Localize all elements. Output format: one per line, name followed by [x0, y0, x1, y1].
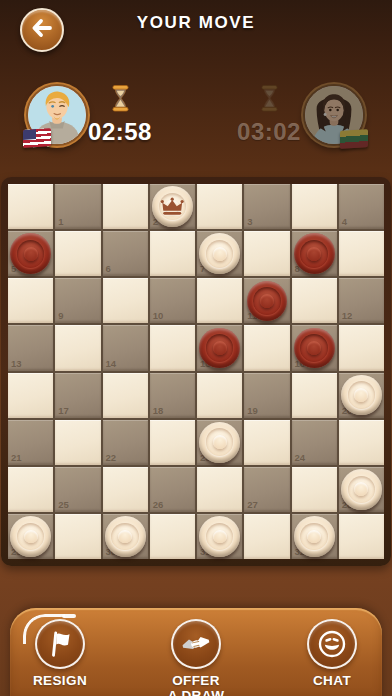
- page-title: YOUR MOVE: [0, 13, 392, 33]
- white-king-piece[interactable]: [152, 186, 193, 227]
- square-number: 25: [58, 499, 69, 510]
- board-square[interactable]: 32: [292, 514, 337, 559]
- square-number: 3: [247, 216, 252, 227]
- board-square: [244, 514, 289, 559]
- board-square[interactable]: 19: [244, 373, 289, 418]
- board-square[interactable]: 11: [244, 278, 289, 323]
- square-number: 13: [11, 358, 22, 369]
- red-man-piece[interactable]: [294, 233, 335, 274]
- board-square[interactable]: 25: [55, 467, 100, 512]
- white-man-piece[interactable]: [199, 516, 240, 557]
- board-square[interactable]: 5: [8, 231, 53, 276]
- board-square: [103, 184, 148, 229]
- board-square: [103, 467, 148, 512]
- square-number: 17: [58, 405, 69, 416]
- board-square: [150, 514, 195, 559]
- board-square: [55, 514, 100, 559]
- board-square[interactable]: 20: [339, 373, 384, 418]
- board-square: [339, 325, 384, 370]
- square-number: 4: [342, 216, 347, 227]
- board-square: [55, 325, 100, 370]
- board-square[interactable]: 18: [150, 373, 195, 418]
- player-right-timer: 03:02: [224, 118, 314, 146]
- square-number: 14: [106, 358, 117, 369]
- game-screen: YOUR MOVE 02:58: [0, 0, 392, 696]
- board-square: [292, 467, 337, 512]
- board-square[interactable]: 14: [103, 325, 148, 370]
- board-square[interactable]: 1: [55, 184, 100, 229]
- red-man-piece[interactable]: [294, 328, 335, 369]
- square-number: 9: [58, 310, 63, 321]
- square-number: 12: [342, 310, 353, 321]
- board-square[interactable]: 6: [103, 231, 148, 276]
- chat-smiley-icon: [307, 619, 357, 669]
- board-square: [150, 231, 195, 276]
- square-number: 21: [11, 452, 22, 463]
- square-number: 19: [247, 405, 258, 416]
- us-flag-icon: [23, 128, 51, 148]
- square-number: 24: [295, 452, 306, 463]
- white-man-piece[interactable]: [105, 516, 146, 557]
- white-man-piece[interactable]: [10, 516, 51, 557]
- board-square[interactable]: 10: [150, 278, 195, 323]
- board-square: [197, 467, 242, 512]
- king-crown-icon: [160, 194, 184, 218]
- white-man-piece[interactable]: [341, 469, 382, 510]
- action-panel: RESIGN OFFER: [10, 608, 382, 696]
- square-number: 10: [153, 310, 164, 321]
- panel-dash-decoration: [62, 614, 76, 618]
- board-square: [339, 231, 384, 276]
- board-square[interactable]: 7: [197, 231, 242, 276]
- resign-label: RESIGN: [33, 673, 87, 688]
- white-man-piece[interactable]: [199, 233, 240, 274]
- board-square: [103, 373, 148, 418]
- chat-button[interactable]: CHAT: [286, 619, 378, 696]
- square-number: 6: [106, 263, 111, 274]
- board-square[interactable]: 4: [339, 184, 384, 229]
- offer-draw-button[interactable]: OFFER A DRAW: [150, 619, 242, 696]
- square-number: 18: [153, 405, 164, 416]
- board-square: [8, 467, 53, 512]
- lithuania-flag-icon: [340, 129, 368, 149]
- board-square[interactable]: 29: [8, 514, 53, 559]
- board-square: [150, 420, 195, 465]
- hourglass-icon: [111, 85, 130, 112]
- player-left-timer: 02:58: [75, 118, 165, 146]
- square-number: 26: [153, 499, 164, 510]
- board-square: [197, 373, 242, 418]
- board-square[interactable]: 3: [244, 184, 289, 229]
- offer-draw-label: OFFER: [172, 673, 220, 688]
- square-number: 22: [106, 452, 117, 463]
- board-square: [244, 231, 289, 276]
- board-square: [55, 231, 100, 276]
- board-square: [8, 278, 53, 323]
- red-man-piece[interactable]: [10, 233, 51, 274]
- board-square: [103, 278, 148, 323]
- board-square[interactable]: 30: [103, 514, 148, 559]
- board-square: [292, 278, 337, 323]
- board-square: [197, 184, 242, 229]
- board-square: [244, 325, 289, 370]
- board-square[interactable]: 17: [55, 373, 100, 418]
- board-square[interactable]: 8: [292, 231, 337, 276]
- board-square[interactable]: 22: [103, 420, 148, 465]
- board-square: [8, 373, 53, 418]
- board-square: [339, 420, 384, 465]
- board-square: [8, 184, 53, 229]
- board-square[interactable]: 12: [339, 278, 384, 323]
- board-square[interactable]: 31: [197, 514, 242, 559]
- chat-label: CHAT: [313, 673, 351, 688]
- square-number: 1: [58, 216, 63, 227]
- square-number: 27: [247, 499, 258, 510]
- board-square: [292, 373, 337, 418]
- board-square: [55, 420, 100, 465]
- board-square: [244, 420, 289, 465]
- hourglass-icon: [260, 85, 279, 112]
- board-frame: 1234567891011121314151617181920212223242…: [1, 177, 391, 566]
- white-man-piece[interactable]: [294, 516, 335, 557]
- board-square[interactable]: 24: [292, 420, 337, 465]
- board-square[interactable]: 15: [197, 325, 242, 370]
- board-square[interactable]: 27: [244, 467, 289, 512]
- board-square[interactable]: 23: [197, 420, 242, 465]
- board-square: [197, 278, 242, 323]
- board-square: [292, 184, 337, 229]
- board-square[interactable]: 26: [150, 467, 195, 512]
- board-square[interactable]: 9: [55, 278, 100, 323]
- board-square[interactable]: 28: [339, 467, 384, 512]
- player-left-clock: 02:58: [75, 85, 165, 146]
- board-square[interactable]: 21: [8, 420, 53, 465]
- red-man-piece[interactable]: [199, 328, 240, 369]
- board-square[interactable]: 2: [150, 184, 195, 229]
- board: 1234567891011121314151617181920212223242…: [8, 184, 384, 559]
- white-man-piece[interactable]: [199, 422, 240, 463]
- board-square[interactable]: 16: [292, 325, 337, 370]
- player-right-clock: 03:02: [224, 85, 314, 146]
- handshake-icon: [171, 619, 221, 669]
- red-man-piece[interactable]: [247, 281, 288, 322]
- board-square: [150, 325, 195, 370]
- board-square[interactable]: 13: [8, 325, 53, 370]
- white-man-piece[interactable]: [341, 375, 382, 416]
- board-square: [339, 514, 384, 559]
